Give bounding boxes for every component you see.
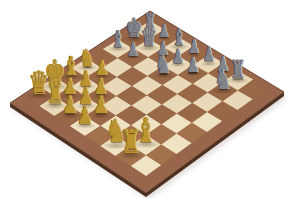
chess-set-photo: ♜♟♚♝♛♝♟♟♟♟♟♞♟♟♞♟♝♜♚♟♞♛♟♟♜♟♟♟♟♝♞♜ bbox=[0, 0, 290, 198]
board-squares bbox=[24, 21, 268, 176]
chess-board bbox=[0, 0, 290, 198]
